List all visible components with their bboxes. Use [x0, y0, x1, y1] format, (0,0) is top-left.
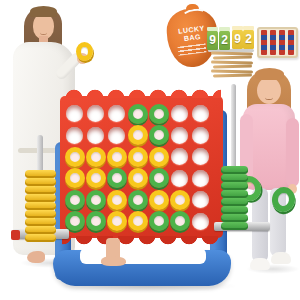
yellow-ring-piece [149, 190, 169, 210]
clothespin [213, 65, 252, 69]
cell-r2c2 [85, 125, 106, 147]
cell-r5c4 [127, 189, 148, 211]
cell-r4c7 [190, 168, 211, 190]
stacked-yellow-ring [25, 186, 56, 194]
green-ring-piece [65, 190, 85, 210]
empty-hole [171, 105, 188, 122]
cell-r4c5 [148, 168, 169, 190]
stacked-yellow-ring [25, 218, 56, 226]
green-ring-piece [107, 168, 127, 188]
woman-foot [27, 251, 45, 263]
cell-r5c3 [106, 189, 127, 211]
stacked-yellow-ring [25, 210, 56, 218]
empty-hole [192, 213, 209, 230]
green-ring-piece [86, 211, 106, 231]
stacked-yellow-ring [25, 226, 56, 234]
empty-hole [108, 127, 125, 144]
yellow-ring-piece [65, 168, 85, 188]
girl-right-arm [286, 118, 299, 187]
peg-tray-slots [259, 30, 296, 55]
yellow-ring-piece [65, 147, 85, 167]
score-card-yellow-2: 2 [243, 30, 254, 49]
yellow-ring-piece [107, 147, 127, 167]
peg-column [279, 30, 285, 55]
cell-r4c4 [127, 168, 148, 190]
empty-hole [192, 148, 209, 165]
yellow-ring-piece [128, 147, 148, 167]
green-ring-piece [86, 190, 106, 210]
green-ring-piece [149, 168, 169, 188]
stacked-green-ring [221, 206, 248, 214]
cell-r3c5 [148, 146, 169, 168]
cell-r1c5 [148, 103, 169, 125]
empty-hole [192, 127, 209, 144]
yellow-ring-in-hand [76, 42, 93, 61]
stacked-yellow-ring [25, 202, 56, 210]
cell-r3c2 [85, 146, 106, 168]
stacked-yellow-ring [25, 234, 56, 242]
score-digit: 2 [221, 33, 228, 47]
stacked-green-ring [221, 222, 248, 230]
yellow-ring-piece [128, 125, 148, 145]
cell-r1c1 [64, 103, 85, 125]
stacked-yellow-ring [25, 178, 56, 186]
stacked-green-ring [221, 198, 248, 206]
yellow-ring-piece [170, 190, 190, 210]
left-ring-holder-pole [37, 135, 43, 175]
clothespins [211, 52, 255, 78]
empty-hole [87, 127, 104, 144]
cell-r6c3 [106, 211, 127, 233]
empty-hole [171, 170, 188, 187]
yellow-ring-piece [86, 168, 106, 188]
cell-r1c3 [106, 103, 127, 125]
green-ring-piece [149, 104, 169, 124]
cell-r2c5 [148, 125, 169, 147]
yellow-ring-piece [107, 190, 127, 210]
cell-r5c7 [190, 189, 211, 211]
yellow-ring-piece [149, 147, 169, 167]
green-ring-piece [128, 104, 148, 124]
cell-r4c1 [64, 168, 85, 190]
empty-hole [171, 148, 188, 165]
empty-hole [87, 105, 104, 122]
board-grid [64, 103, 211, 232]
stacked-green-ring [221, 174, 248, 182]
cell-r5c1 [64, 189, 85, 211]
left-rail-red-cap [11, 230, 20, 240]
cell-r3c4 [127, 146, 148, 168]
product-photo-scene: LUCKY BAG 9 2 9 2 [0, 0, 300, 300]
cell-r2c1 [64, 125, 85, 147]
cell-r1c2 [85, 103, 106, 125]
stacked-green-ring [221, 214, 248, 222]
empty-hole [171, 127, 188, 144]
empty-hole [192, 105, 209, 122]
cell-r1c6 [169, 103, 190, 125]
cell-r2c4 [127, 125, 148, 147]
cell-r6c2 [85, 211, 106, 233]
stacked-yellow-ring [25, 194, 56, 202]
peg-column [261, 30, 267, 55]
ring-stack-right [221, 166, 248, 230]
empty-hole [192, 191, 209, 208]
peg-column [288, 30, 294, 55]
stacked-green-ring [221, 190, 248, 198]
cell-r5c6 [169, 189, 190, 211]
cell-r5c5 [148, 189, 169, 211]
stacked-green-ring [221, 166, 248, 174]
red-peg [279, 50, 285, 55]
cell-r5c2 [85, 189, 106, 211]
girl-fringe-hair [255, 68, 284, 80]
empty-hole [66, 105, 83, 122]
cell-r3c7 [190, 146, 211, 168]
ring-stack-left [25, 170, 56, 242]
green-ring-piece [128, 190, 148, 210]
frame-base-opening [80, 248, 206, 264]
green-ring-piece [149, 125, 169, 145]
red-peg [261, 50, 267, 55]
cell-r1c7 [190, 103, 211, 125]
cell-r6c7 [190, 211, 211, 233]
yellow-ring-piece [128, 211, 148, 231]
empty-hole [108, 105, 125, 122]
yellow-ring-piece [86, 147, 106, 167]
cell-r1c4 [127, 103, 148, 125]
cell-r4c6 [169, 168, 190, 190]
score-card-yellow-1: 9 [232, 30, 243, 49]
red-peg [270, 50, 276, 55]
cell-r4c3 [106, 168, 127, 190]
clothespin [213, 73, 252, 77]
woman-fringe-hair [30, 6, 57, 17]
cell-r3c1 [64, 146, 85, 168]
yellow-ring-piece [128, 168, 148, 188]
green-ring-piece [149, 211, 169, 231]
empty-hole [66, 127, 83, 144]
girl-sock [250, 258, 270, 270]
girl-smile [265, 95, 273, 100]
cell-r2c3 [106, 125, 127, 147]
stacked-green-ring [221, 182, 248, 190]
peg-tray [257, 27, 298, 58]
cell-r2c6 [169, 125, 190, 147]
cell-r6c5 [148, 211, 169, 233]
cell-r3c6 [169, 146, 190, 168]
stacked-yellow-ring [25, 170, 56, 178]
cell-r6c4 [127, 211, 148, 233]
cell-r6c6 [169, 211, 190, 233]
yellow-ring-piece [107, 211, 127, 231]
cell-r3c3 [106, 146, 127, 168]
woman-smile [40, 30, 47, 35]
red-peg [288, 50, 294, 55]
girl-sock [271, 252, 291, 264]
cell-r2c7 [190, 125, 211, 147]
score-card-green-2: 2 [219, 31, 230, 50]
woman-foot-through-frame [101, 256, 126, 266]
cell-r4c2 [85, 168, 106, 190]
score-digit: 9 [234, 32, 241, 46]
green-ring-piece [170, 211, 190, 231]
empty-hole [192, 170, 209, 187]
score-digit: 2 [245, 32, 252, 46]
peg-column [270, 30, 276, 55]
clothespin [213, 56, 252, 60]
